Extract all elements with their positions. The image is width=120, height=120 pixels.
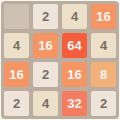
tile-4: 4 <box>4 33 29 58</box>
tile-2: 2 <box>4 91 29 116</box>
tile-2: 2 <box>33 4 58 29</box>
tile-4: 4 <box>91 33 116 58</box>
tile-16: 16 <box>4 62 29 87</box>
empty-cell <box>4 4 29 29</box>
tile-64: 64 <box>62 33 87 58</box>
tile-4: 4 <box>62 4 87 29</box>
tile-16: 16 <box>33 33 58 58</box>
tile-32: 32 <box>62 91 87 116</box>
tile-2: 2 <box>91 91 116 116</box>
tile-8: 8 <box>91 62 116 87</box>
tile-2: 2 <box>33 62 58 87</box>
game-board-2048: 241641664416216824322 <box>1 1 119 119</box>
tile-16: 16 <box>91 4 116 29</box>
tile-16: 16 <box>62 62 87 87</box>
tile-4: 4 <box>33 91 58 116</box>
